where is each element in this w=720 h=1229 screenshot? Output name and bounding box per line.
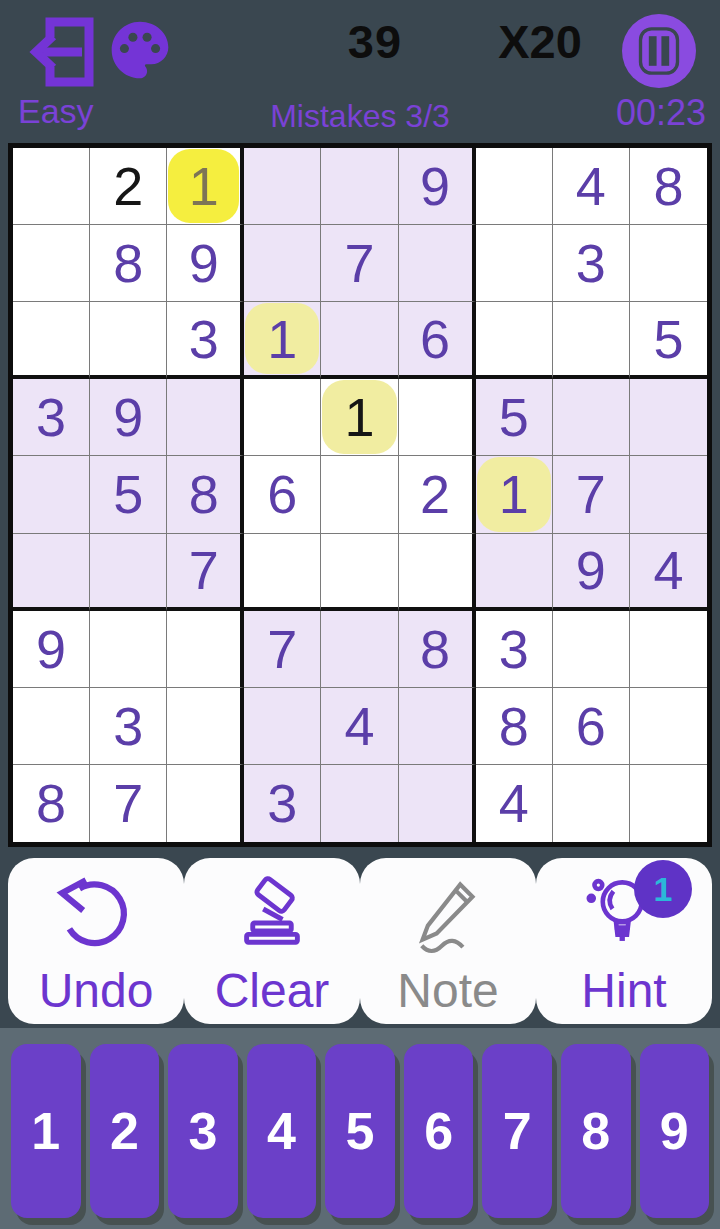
- eraser-icon: [230, 874, 314, 958]
- cell-r3c4[interactable]: 1: [244, 302, 321, 379]
- cell-digit: 7: [267, 622, 297, 676]
- cell-digit: 1: [189, 159, 219, 213]
- cell-digit: 6: [576, 699, 606, 753]
- cell-r5c9[interactable]: [630, 456, 707, 533]
- cell-r6c4[interactable]: [244, 534, 321, 611]
- numpad: 123456789: [11, 1044, 709, 1218]
- cell-r4c3[interactable]: [167, 379, 244, 456]
- numpad-key-1[interactable]: 1: [11, 1044, 81, 1218]
- cell-r8c1[interactable]: [13, 688, 90, 765]
- cell-r8c2[interactable]: 3: [90, 688, 167, 765]
- cell-digit: 4: [653, 543, 683, 597]
- cell-r3c3[interactable]: 3: [167, 302, 244, 379]
- cell-digit: 2: [113, 159, 143, 213]
- cell-digit: 8: [36, 776, 66, 830]
- cell-digit: 8: [653, 159, 683, 213]
- cell-digit: 7: [576, 467, 606, 521]
- cell-r8c8[interactable]: 6: [553, 688, 630, 765]
- cell-r9c2[interactable]: 7: [90, 765, 167, 842]
- numpad-key-8[interactable]: 8: [561, 1044, 631, 1218]
- cell-r3c1[interactable]: [13, 302, 90, 379]
- score-multiplier: X20: [465, 14, 615, 69]
- pencil-icon: [406, 874, 490, 958]
- cell-digit: 8: [113, 236, 143, 290]
- cell-r6c7[interactable]: [476, 534, 553, 611]
- cell-r3c5[interactable]: [321, 302, 398, 379]
- cell-r2c5[interactable]: 7: [321, 225, 398, 302]
- cell-r6c9[interactable]: 4: [630, 534, 707, 611]
- cell-r2c9[interactable]: [630, 225, 707, 302]
- cell-r7c6[interactable]: 8: [399, 611, 476, 688]
- cell-r1c4[interactable]: [244, 148, 321, 225]
- palette-icon: [106, 16, 174, 84]
- cell-digit: 8: [420, 622, 450, 676]
- hint-label: Hint: [581, 965, 666, 1018]
- palette-button[interactable]: [106, 16, 174, 84]
- cell-r4c2[interactable]: 9: [90, 379, 167, 456]
- cell-r7c4[interactable]: 7: [244, 611, 321, 688]
- cell-r2c6[interactable]: [399, 225, 476, 302]
- cell-digit: 4: [344, 699, 374, 753]
- cell-digit: 9: [36, 622, 66, 676]
- cell-r2c4[interactable]: [244, 225, 321, 302]
- cell-r5c6[interactable]: 2: [399, 456, 476, 533]
- cell-digit: 6: [420, 312, 450, 366]
- numpad-key-7[interactable]: 7: [482, 1044, 552, 1218]
- cell-digit: 3: [576, 236, 606, 290]
- cell-r7c2[interactable]: [90, 611, 167, 688]
- cell-r9c9[interactable]: [630, 765, 707, 842]
- cell-r4c7[interactable]: 5: [476, 379, 553, 456]
- undo-button[interactable]: Undo: [8, 858, 184, 1024]
- cell-digit: 7: [189, 543, 219, 597]
- cell-r8c4[interactable]: [244, 688, 321, 765]
- cell-r2c7[interactable]: [476, 225, 553, 302]
- cell-r7c9[interactable]: [630, 611, 707, 688]
- cell-r6c5[interactable]: [321, 534, 398, 611]
- cell-r9c3[interactable]: [167, 765, 244, 842]
- cell-r8c9[interactable]: [630, 688, 707, 765]
- numpad-key-6[interactable]: 6: [404, 1044, 474, 1218]
- cell-digit: 4: [499, 776, 529, 830]
- cell-digit: 6: [267, 467, 297, 521]
- hint-badge: 1: [634, 860, 692, 918]
- clear-label: Clear: [215, 965, 330, 1018]
- cell-r4c8[interactable]: [553, 379, 630, 456]
- numpad-key-9[interactable]: 9: [640, 1044, 710, 1218]
- timer: 00:23: [616, 92, 706, 134]
- numpad-key-3[interactable]: 3: [168, 1044, 238, 1218]
- cell-r1c9[interactable]: 8: [630, 148, 707, 225]
- sudoku-board: 21948897331653915586217794978334868734: [8, 143, 712, 847]
- numpad-key-2[interactable]: 2: [90, 1044, 160, 1218]
- cell-r4c5[interactable]: 1: [321, 379, 398, 456]
- cell-r1c7[interactable]: [476, 148, 553, 225]
- cell-digit: 7: [113, 776, 143, 830]
- cell-r5c5[interactable]: [321, 456, 398, 533]
- cell-r7c1[interactable]: 9: [13, 611, 90, 688]
- cell-r2c2[interactable]: 8: [90, 225, 167, 302]
- hint-button[interactable]: 1 Hint: [536, 858, 712, 1024]
- cell-digit: 9: [189, 236, 219, 290]
- note-button[interactable]: Note: [360, 858, 536, 1024]
- numpad-key-5[interactable]: 5: [325, 1044, 395, 1218]
- cell-r2c3[interactable]: 9: [167, 225, 244, 302]
- cell-digit: 7: [344, 236, 374, 290]
- cell-r6c1[interactable]: [13, 534, 90, 611]
- cell-digit: 2: [420, 467, 450, 521]
- cell-digit: 1: [344, 390, 374, 444]
- cell-r7c7[interactable]: 3: [476, 611, 553, 688]
- cell-r2c1[interactable]: [13, 225, 90, 302]
- cell-r7c5[interactable]: [321, 611, 398, 688]
- pause-icon: [622, 14, 696, 88]
- cell-digit: 3: [189, 312, 219, 366]
- exit-button[interactable]: [26, 12, 98, 92]
- cell-digit: 1: [267, 312, 297, 366]
- cell-r2c8[interactable]: 3: [553, 225, 630, 302]
- cell-r5c7[interactable]: 1: [476, 456, 553, 533]
- cell-r4c9[interactable]: [630, 379, 707, 456]
- cell-r8c6[interactable]: [399, 688, 476, 765]
- cell-r8c5[interactable]: 4: [321, 688, 398, 765]
- cell-r9c4[interactable]: 3: [244, 765, 321, 842]
- cell-r1c1[interactable]: [13, 148, 90, 225]
- cell-digit: 9: [113, 390, 143, 444]
- undo-icon: [52, 872, 140, 960]
- cell-r4c1[interactable]: 3: [13, 379, 90, 456]
- cell-r1c8[interactable]: 4: [553, 148, 630, 225]
- cell-r9c5[interactable]: [321, 765, 398, 842]
- cell-r3c6[interactable]: 6: [399, 302, 476, 379]
- cell-r3c7[interactable]: [476, 302, 553, 379]
- header-bar: 39 X20 Easy Mistakes 3/3 00:23: [0, 0, 720, 143]
- clear-button[interactable]: Clear: [184, 858, 360, 1024]
- cell-r9c6[interactable]: [399, 765, 476, 842]
- cell-digit: 8: [499, 699, 529, 753]
- cell-r8c7[interactable]: 8: [476, 688, 553, 765]
- cell-r1c3[interactable]: 1: [167, 148, 244, 225]
- note-label: Note: [397, 965, 498, 1018]
- cell-r6c2[interactable]: [90, 534, 167, 611]
- cell-digit: 9: [576, 543, 606, 597]
- cell-r4c6[interactable]: [399, 379, 476, 456]
- cell-digit: 8: [189, 467, 219, 521]
- cell-digit: 3: [113, 699, 143, 753]
- cell-digit: 5: [499, 390, 529, 444]
- cell-r7c8[interactable]: [553, 611, 630, 688]
- cell-digit: 5: [113, 467, 143, 521]
- cell-r5c1[interactable]: [13, 456, 90, 533]
- score-value: 39: [300, 14, 450, 69]
- cell-r1c5[interactable]: [321, 148, 398, 225]
- cell-r9c8[interactable]: [553, 765, 630, 842]
- cell-r6c8[interactable]: 9: [553, 534, 630, 611]
- cell-r6c6[interactable]: [399, 534, 476, 611]
- cell-r5c4[interactable]: 6: [244, 456, 321, 533]
- difficulty-label: Easy: [18, 92, 94, 131]
- mistakes-counter: Mistakes 3/3: [0, 98, 720, 135]
- cell-r8c3[interactable]: [167, 688, 244, 765]
- cell-r9c7[interactable]: 4: [476, 765, 553, 842]
- undo-label: Undo: [39, 965, 154, 1018]
- cell-r3c8[interactable]: [553, 302, 630, 379]
- cell-r4c4[interactable]: [244, 379, 321, 456]
- cell-r5c2[interactable]: 5: [90, 456, 167, 533]
- cell-r1c2[interactable]: 2: [90, 148, 167, 225]
- cell-digit: 4: [576, 159, 606, 213]
- cell-r6c3[interactable]: 7: [167, 534, 244, 611]
- cell-r1c6[interactable]: 9: [399, 148, 476, 225]
- cell-r7c3[interactable]: [167, 611, 244, 688]
- pause-button[interactable]: [622, 14, 696, 88]
- toolbar: Undo Clear Note: [8, 858, 712, 1024]
- cell-digit: 3: [267, 776, 297, 830]
- cell-digit: 9: [420, 159, 450, 213]
- numpad-key-4[interactable]: 4: [247, 1044, 317, 1218]
- cell-r5c3[interactable]: 8: [167, 456, 244, 533]
- exit-icon: [26, 12, 98, 92]
- cell-r3c2[interactable]: [90, 302, 167, 379]
- cell-r3c9[interactable]: 5: [630, 302, 707, 379]
- cell-r5c8[interactable]: 7: [553, 456, 630, 533]
- cell-r9c1[interactable]: 8: [13, 765, 90, 842]
- cell-digit: 5: [653, 312, 683, 366]
- cell-digit: 3: [36, 390, 66, 444]
- cell-digit: 1: [499, 467, 529, 521]
- cell-digit: 3: [499, 622, 529, 676]
